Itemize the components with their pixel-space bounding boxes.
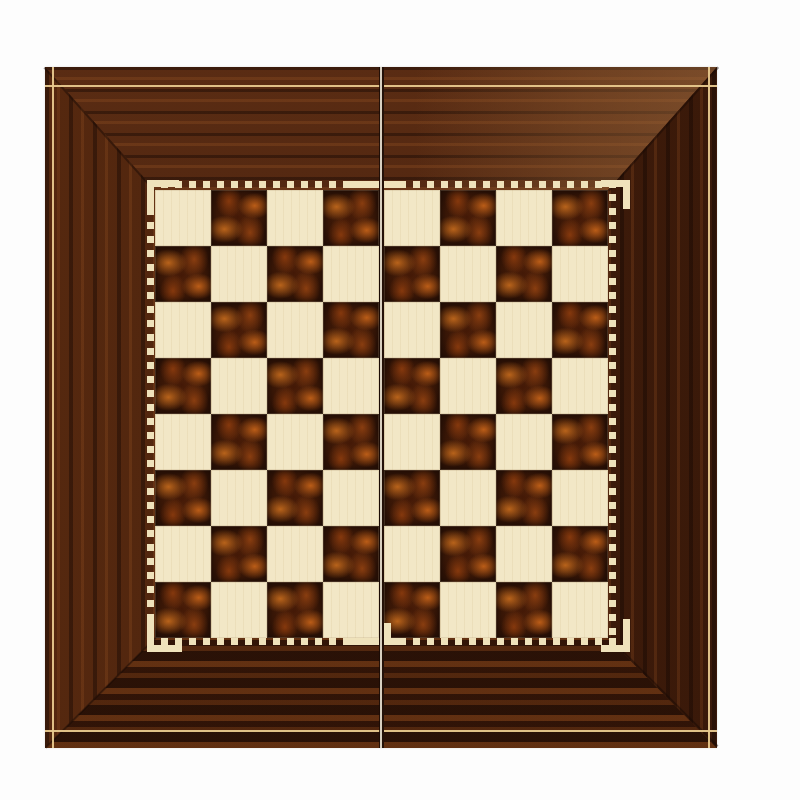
square-f6[interactable] bbox=[440, 302, 496, 358]
square-e4[interactable] bbox=[384, 414, 440, 470]
square-e7[interactable] bbox=[384, 246, 440, 302]
square-h5[interactable] bbox=[552, 358, 608, 414]
fold-seam bbox=[379, 67, 384, 748]
square-f7[interactable] bbox=[440, 246, 496, 302]
square-b1[interactable] bbox=[211, 582, 267, 638]
square-b3[interactable] bbox=[211, 470, 267, 526]
square-a6[interactable] bbox=[155, 302, 211, 358]
dentil-arm-bottom-right-of-seam bbox=[384, 623, 391, 639]
square-b4[interactable] bbox=[211, 414, 267, 470]
square-d3[interactable] bbox=[323, 470, 379, 526]
square-c3[interactable] bbox=[267, 470, 323, 526]
photo-background bbox=[0, 0, 800, 800]
square-g4[interactable] bbox=[496, 414, 552, 470]
square-b7[interactable] bbox=[211, 246, 267, 302]
square-h3[interactable] bbox=[552, 470, 608, 526]
square-h4[interactable] bbox=[552, 414, 608, 470]
square-f5[interactable] bbox=[440, 358, 496, 414]
square-d7[interactable] bbox=[323, 246, 379, 302]
dentil-long-dash-top-right-of-seam bbox=[384, 181, 406, 188]
square-f1[interactable] bbox=[440, 582, 496, 638]
square-c1[interactable] bbox=[267, 582, 323, 638]
square-f2[interactable] bbox=[440, 526, 496, 582]
dentil-long-dash-bottom-right-of-seam bbox=[384, 638, 406, 645]
dentil-corner-top-right bbox=[601, 180, 630, 209]
square-f3[interactable] bbox=[440, 470, 496, 526]
square-c4[interactable] bbox=[267, 414, 323, 470]
square-c6[interactable] bbox=[267, 302, 323, 358]
square-a2[interactable] bbox=[155, 526, 211, 582]
square-e1[interactable] bbox=[384, 582, 440, 638]
square-e5[interactable] bbox=[384, 358, 440, 414]
square-g2[interactable] bbox=[496, 526, 552, 582]
square-b2[interactable] bbox=[211, 526, 267, 582]
square-f4[interactable] bbox=[440, 414, 496, 470]
square-a3[interactable] bbox=[155, 470, 211, 526]
square-e6[interactable] bbox=[384, 302, 440, 358]
chessboard bbox=[45, 67, 717, 748]
square-c2[interactable] bbox=[267, 526, 323, 582]
square-d8[interactable] bbox=[323, 190, 379, 246]
square-g7[interactable] bbox=[496, 246, 552, 302]
inlay-line-right bbox=[708, 67, 710, 748]
square-a5[interactable] bbox=[155, 358, 211, 414]
square-b6[interactable] bbox=[211, 302, 267, 358]
dentil-long-dash-bottom-left-of-seam bbox=[345, 638, 379, 645]
square-c5[interactable] bbox=[267, 358, 323, 414]
square-g8[interactable] bbox=[496, 190, 552, 246]
square-e2[interactable] bbox=[384, 526, 440, 582]
dentil-corner-top-left bbox=[147, 180, 179, 209]
square-g3[interactable] bbox=[496, 470, 552, 526]
dentil-border-right bbox=[609, 180, 616, 645]
square-g5[interactable] bbox=[496, 358, 552, 414]
square-c7[interactable] bbox=[267, 246, 323, 302]
square-h8[interactable] bbox=[552, 190, 608, 246]
dentil-long-dash-top-left-of-seam bbox=[345, 181, 379, 188]
square-c8[interactable] bbox=[267, 190, 323, 246]
square-b8[interactable] bbox=[211, 190, 267, 246]
square-d2[interactable] bbox=[323, 526, 379, 582]
square-d1[interactable] bbox=[323, 582, 379, 638]
square-h7[interactable] bbox=[552, 246, 608, 302]
square-d4[interactable] bbox=[323, 414, 379, 470]
square-g6[interactable] bbox=[496, 302, 552, 358]
square-h2[interactable] bbox=[552, 526, 608, 582]
dentil-border-left bbox=[147, 180, 154, 645]
square-h1[interactable] bbox=[552, 582, 608, 638]
dentil-corner-bottom-left bbox=[147, 619, 182, 652]
square-f8[interactable] bbox=[440, 190, 496, 246]
square-e8[interactable] bbox=[384, 190, 440, 246]
square-g1[interactable] bbox=[496, 582, 552, 638]
square-d6[interactable] bbox=[323, 302, 379, 358]
square-h6[interactable] bbox=[552, 302, 608, 358]
square-e3[interactable] bbox=[384, 470, 440, 526]
square-b5[interactable] bbox=[211, 358, 267, 414]
square-d5[interactable] bbox=[323, 358, 379, 414]
square-a7[interactable] bbox=[155, 246, 211, 302]
square-a4[interactable] bbox=[155, 414, 211, 470]
dentil-corner-bottom-right bbox=[601, 619, 630, 652]
inlay-line-left bbox=[52, 67, 54, 748]
